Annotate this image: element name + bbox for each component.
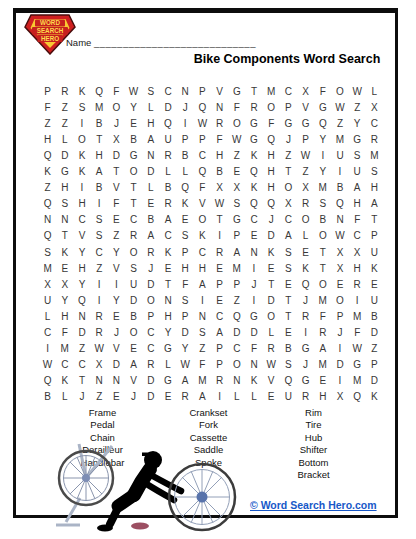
grid-cell-r19c19[interactable]: M (349, 373, 366, 389)
grid-cell-r4c20[interactable]: R (366, 131, 383, 147)
grid-cell-r12c10[interactable]: H (194, 260, 211, 276)
grid-cell-r15c19[interactable]: M (349, 308, 366, 324)
grid-cell-r14c9[interactable]: S (177, 292, 194, 308)
grid-cell-r4c1[interactable]: H (39, 131, 56, 147)
grid-cell-r20c1[interactable]: B (39, 389, 56, 405)
grid-cell-r16c4[interactable]: R (91, 325, 108, 341)
grid-cell-r6c13[interactable]: Q (245, 164, 262, 180)
grid-cell-r2c2[interactable]: Z (56, 99, 73, 115)
grid-cell-r15c17[interactable]: F (314, 308, 331, 324)
grid-cell-r14c3[interactable]: Q (73, 292, 90, 308)
grid-cell-r11c4[interactable]: C (91, 244, 108, 260)
grid-cell-r1c5[interactable]: F (108, 83, 125, 99)
grid-cell-r11c12[interactable]: A (228, 244, 245, 260)
grid-cell-r12c15[interactable]: S (280, 260, 297, 276)
grid-cell-r10c2[interactable]: T (56, 228, 73, 244)
grid-cell-r7c16[interactable]: X (297, 180, 314, 196)
grid-cell-r18c9[interactable]: W (177, 357, 194, 373)
grid-cell-r15c10[interactable]: N (194, 308, 211, 324)
grid-cell-r9c9[interactable]: E (177, 212, 194, 228)
grid-cell-r4c7[interactable]: A (142, 131, 159, 147)
grid-cell-r9c20[interactable]: T (366, 212, 383, 228)
grid-cell-r9c17[interactable]: B (314, 212, 331, 228)
grid-cell-r15c3[interactable]: N (73, 308, 90, 324)
grid-cell-r6c17[interactable]: Y (314, 164, 331, 180)
grid-cell-r8c5[interactable]: F (108, 196, 125, 212)
grid-cell-r5c4[interactable]: H (91, 147, 108, 163)
grid-cell-r7c7[interactable]: L (142, 180, 159, 196)
grid-cell-r6c5[interactable]: T (108, 164, 125, 180)
grid-cell-r11c6[interactable]: O (125, 244, 142, 260)
grid-cell-r1c2[interactable]: R (56, 83, 73, 99)
grid-cell-r13c20[interactable]: E (366, 276, 383, 292)
grid-cell-r6c8[interactable]: L (159, 164, 176, 180)
grid-cell-r8c20[interactable]: A (366, 196, 383, 212)
grid-cell-r4c13[interactable]: G (245, 131, 262, 147)
grid-cell-r4c8[interactable]: U (159, 131, 176, 147)
grid-cell-r6c14[interactable]: H (263, 164, 280, 180)
grid-cell-r17c3[interactable]: Z (73, 341, 90, 357)
grid-cell-r14c15[interactable]: T (280, 292, 297, 308)
grid-cell-r7c8[interactable]: B (159, 180, 176, 196)
grid-cell-r17c15[interactable]: B (280, 341, 297, 357)
grid-cell-r10c4[interactable]: S (91, 228, 108, 244)
grid-cell-r16c18[interactable]: J (331, 325, 348, 341)
grid-cell-r19c3[interactable]: T (73, 373, 90, 389)
grid-cell-r8c14[interactable]: Q (263, 196, 280, 212)
grid-cell-r5c13[interactable]: K (245, 147, 262, 163)
grid-cell-r12c18[interactable]: X (331, 260, 348, 276)
grid-cell-r1c13[interactable]: T (245, 83, 262, 99)
grid-cell-r9c10[interactable]: O (194, 212, 211, 228)
grid-cell-r9c8[interactable]: A (159, 212, 176, 228)
grid-cell-r14c20[interactable]: U (366, 292, 383, 308)
grid-cell-r17c19[interactable]: W (349, 341, 366, 357)
grid-cell-r11c19[interactable]: X (349, 244, 366, 260)
grid-cell-r8c6[interactable]: T (125, 196, 142, 212)
grid-cell-r17c17[interactable]: A (314, 341, 331, 357)
grid-cell-r13c19[interactable]: R (349, 276, 366, 292)
grid-cell-r10c9[interactable]: S (177, 228, 194, 244)
grid-cell-r2c13[interactable]: R (245, 99, 262, 115)
grid-cell-r3c9[interactable]: I (177, 115, 194, 131)
grid-cell-r18c18[interactable]: D (331, 357, 348, 373)
grid-cell-r8c11[interactable]: W (211, 196, 228, 212)
grid-cell-r14c17[interactable]: M (314, 292, 331, 308)
grid-cell-r1c17[interactable]: F (314, 83, 331, 99)
grid-cell-r11c17[interactable]: T (314, 244, 331, 260)
grid-cell-r20c3[interactable]: J (73, 389, 90, 405)
grid-cell-r14c12[interactable]: Z (228, 292, 245, 308)
grid-cell-r4c9[interactable]: P (177, 131, 194, 147)
grid-cell-r20c13[interactable]: L (245, 389, 262, 405)
grid-cell-r5c8[interactable]: R (159, 147, 176, 163)
grid-cell-r12c4[interactable]: Z (91, 260, 108, 276)
grid-cell-r10c6[interactable]: R (125, 228, 142, 244)
grid-cell-r10c19[interactable]: C (349, 228, 366, 244)
grid-cell-r8c2[interactable]: S (56, 196, 73, 212)
grid-cell-r12c6[interactable]: S (125, 260, 142, 276)
grid-cell-r11c16[interactable]: E (297, 244, 314, 260)
grid-cell-r16c19[interactable]: F (349, 325, 366, 341)
grid-cell-r9c5[interactable]: E (108, 212, 125, 228)
grid-cell-r4c16[interactable]: P (297, 131, 314, 147)
grid-cell-r4c18[interactable]: M (331, 131, 348, 147)
grid-cell-r3c2[interactable]: Z (56, 115, 73, 131)
grid-cell-r9c1[interactable]: N (39, 212, 56, 228)
grid-cell-r19c20[interactable]: D (366, 373, 383, 389)
grid-cell-r16c5[interactable]: J (108, 325, 125, 341)
grid-cell-r2c1[interactable]: F (39, 99, 56, 115)
grid-cell-r18c5[interactable]: D (108, 357, 125, 373)
grid-cell-r4c14[interactable]: Q (263, 131, 280, 147)
grid-cell-r15c4[interactable]: R (91, 308, 108, 324)
grid-cell-r11c13[interactable]: N (245, 244, 262, 260)
grid-cell-r12c16[interactable]: K (297, 260, 314, 276)
grid-cell-r17c2[interactable]: M (56, 341, 73, 357)
grid-cell-r14c7[interactable]: O (142, 292, 159, 308)
grid-cell-r7c10[interactable]: F (194, 180, 211, 196)
grid-cell-r19c17[interactable]: E (314, 373, 331, 389)
grid-cell-r17c12[interactable]: C (228, 341, 245, 357)
grid-cell-r12c17[interactable]: T (314, 260, 331, 276)
grid-cell-r13c13[interactable]: J (245, 276, 262, 292)
grid-cell-r17c4[interactable]: W (91, 341, 108, 357)
grid-cell-r19c9[interactable]: A (177, 373, 194, 389)
grid-cell-r13c5[interactable]: I (108, 276, 125, 292)
grid-cell-r11c14[interactable]: K (263, 244, 280, 260)
grid-cell-r14c14[interactable]: D (263, 292, 280, 308)
grid-cell-r3c5[interactable]: J (108, 115, 125, 131)
grid-cell-r10c10[interactable]: K (194, 228, 211, 244)
grid-cell-r18c11[interactable]: P (211, 357, 228, 373)
grid-cell-r17c6[interactable]: E (125, 341, 142, 357)
grid-cell-r5c7[interactable]: N (142, 147, 159, 163)
grid-cell-r12c8[interactable]: E (159, 260, 176, 276)
grid-cell-r14c10[interactable]: I (194, 292, 211, 308)
grid-cell-r11c2[interactable]: K (56, 244, 73, 260)
grid-cell-r5c14[interactable]: H (263, 147, 280, 163)
grid-cell-r6c12[interactable]: E (228, 164, 245, 180)
grid-cell-r8c16[interactable]: R (297, 196, 314, 212)
grid-cell-r18c16[interactable]: J (297, 357, 314, 373)
grid-cell-r9c2[interactable]: N (56, 212, 73, 228)
grid-cell-r20c11[interactable]: I (211, 389, 228, 405)
grid-cell-r20c14[interactable]: E (263, 389, 280, 405)
grid-cell-r2c18[interactable]: W (331, 99, 348, 115)
grid-cell-r16c3[interactable]: D (73, 325, 90, 341)
grid-cell-r1c11[interactable]: V (211, 83, 228, 99)
grid-cell-r8c12[interactable]: S (228, 196, 245, 212)
grid-cell-r9c16[interactable]: O (297, 212, 314, 228)
grid-cell-r10c15[interactable]: A (280, 228, 297, 244)
grid-cell-r12c9[interactable]: H (177, 260, 194, 276)
grid-cell-r8c3[interactable]: H (73, 196, 90, 212)
grid-cell-r10c20[interactable]: P (366, 228, 383, 244)
grid-cell-r3c17[interactable]: Q (314, 115, 331, 131)
grid-cell-r8c15[interactable]: X (280, 196, 297, 212)
grid-cell-r3c15[interactable]: G (280, 115, 297, 131)
grid-cell-r18c7[interactable]: R (142, 357, 159, 373)
grid-cell-r4c4[interactable]: T (91, 131, 108, 147)
grid-cell-r20c5[interactable]: E (108, 389, 125, 405)
grid-cell-r11c10[interactable]: C (194, 244, 211, 260)
grid-cell-r14c1[interactable]: U (39, 292, 56, 308)
grid-cell-r8c1[interactable]: Q (39, 196, 56, 212)
grid-cell-r1c16[interactable]: X (297, 83, 314, 99)
grid-cell-r16c1[interactable]: C (39, 325, 56, 341)
grid-cell-r12c14[interactable]: E (263, 260, 280, 276)
grid-cell-r15c20[interactable]: B (366, 308, 383, 324)
grid-cell-r10c8[interactable]: C (159, 228, 176, 244)
grid-cell-r7c1[interactable]: Z (39, 180, 56, 196)
grid-cell-r3c16[interactable]: G (297, 115, 314, 131)
grid-cell-r7c12[interactable]: X (228, 180, 245, 196)
grid-cell-r17c20[interactable]: Z (366, 341, 383, 357)
grid-cell-r18c8[interactable]: L (159, 357, 176, 373)
grid-cell-r5c11[interactable]: H (211, 147, 228, 163)
grid-cell-r8c8[interactable]: R (159, 196, 176, 212)
grid-cell-r10c7[interactable]: A (142, 228, 159, 244)
grid-cell-r8c19[interactable]: H (349, 196, 366, 212)
grid-cell-r9c12[interactable]: G (228, 212, 245, 228)
footer-link[interactable]: © Word Search Hero.com (250, 499, 377, 511)
grid-cell-r14c11[interactable]: E (211, 292, 228, 308)
grid-cell-r15c11[interactable]: C (211, 308, 228, 324)
grid-cell-r5c20[interactable]: M (366, 147, 383, 163)
grid-cell-r7c9[interactable]: Q (177, 180, 194, 196)
grid-cell-r3c19[interactable]: Y (349, 115, 366, 131)
grid-cell-r12c11[interactable]: E (211, 260, 228, 276)
grid-cell-r6c20[interactable]: S (366, 164, 383, 180)
grid-cell-r20c17[interactable]: H (314, 389, 331, 405)
grid-cell-r8c10[interactable]: V (194, 196, 211, 212)
grid-cell-r17c16[interactable]: G (297, 341, 314, 357)
grid-cell-r6c18[interactable]: I (331, 164, 348, 180)
grid-cell-r2c7[interactable]: L (142, 99, 159, 115)
grid-cell-r7c19[interactable]: A (349, 180, 366, 196)
grid-cell-r18c1[interactable]: W (39, 357, 56, 373)
grid-cell-r13c3[interactable]: Y (73, 276, 90, 292)
grid-cell-r1c18[interactable]: O (331, 83, 348, 99)
grid-cell-r13c4[interactable]: I (91, 276, 108, 292)
grid-cell-r15c13[interactable]: G (245, 308, 262, 324)
grid-cell-r3c13[interactable]: G (245, 115, 262, 131)
grid-cell-r11c20[interactable]: U (366, 244, 383, 260)
grid-cell-r16c15[interactable]: E (280, 325, 297, 341)
grid-cell-r13c8[interactable]: T (159, 276, 176, 292)
grid-cell-r18c4[interactable]: X (91, 357, 108, 373)
grid-cell-r10c17[interactable]: O (314, 228, 331, 244)
grid-cell-r15c9[interactable]: P (177, 308, 194, 324)
grid-cell-r17c18[interactable]: I (331, 341, 348, 357)
grid-cell-r19c11[interactable]: R (211, 373, 228, 389)
grid-cell-r4c11[interactable]: F (211, 131, 228, 147)
grid-cell-r19c5[interactable]: N (108, 373, 125, 389)
grid-cell-r4c5[interactable]: X (108, 131, 125, 147)
grid-cell-r19c18[interactable]: I (331, 373, 348, 389)
grid-cell-r16c7[interactable]: C (142, 325, 159, 341)
grid-cell-r15c15[interactable]: T (280, 308, 297, 324)
grid-cell-r11c5[interactable]: Y (108, 244, 125, 260)
grid-cell-r3c14[interactable]: F (263, 115, 280, 131)
grid-cell-r18c10[interactable]: F (194, 357, 211, 373)
grid-cell-r20c18[interactable]: X (331, 389, 348, 405)
grid-cell-r20c12[interactable]: L (228, 389, 245, 405)
grid-cell-r7c13[interactable]: K (245, 180, 262, 196)
grid-cell-r1c3[interactable]: K (73, 83, 90, 99)
grid-cell-r2c17[interactable]: G (314, 99, 331, 115)
grid-cell-r5c5[interactable]: D (108, 147, 125, 163)
grid-cell-r6c6[interactable]: O (125, 164, 142, 180)
grid-cell-r12c2[interactable]: E (56, 260, 73, 276)
grid-cell-r10c3[interactable]: V (73, 228, 90, 244)
grid-cell-r20c7[interactable]: D (142, 389, 159, 405)
grid-cell-r3c10[interactable]: W (194, 115, 211, 131)
grid-cell-r19c8[interactable]: G (159, 373, 176, 389)
grid-cell-r16c14[interactable]: L (263, 325, 280, 341)
grid-cell-r2c6[interactable]: Y (125, 99, 142, 115)
grid-cell-r19c12[interactable]: N (228, 373, 245, 389)
grid-cell-r16c13[interactable]: D (245, 325, 262, 341)
grid-cell-r3c12[interactable]: O (228, 115, 245, 131)
grid-cell-r1c14[interactable]: M (263, 83, 280, 99)
grid-cell-r7c3[interactable]: I (73, 180, 90, 196)
grid-cell-r5c3[interactable]: K (73, 147, 90, 163)
grid-cell-r1c12[interactable]: G (228, 83, 245, 99)
grid-cell-r6c10[interactable]: Q (194, 164, 211, 180)
grid-cell-r7c4[interactable]: B (91, 180, 108, 196)
grid-cell-r16c20[interactable]: D (366, 325, 383, 341)
grid-cell-r13c6[interactable]: U (125, 276, 142, 292)
grid-cell-r4c15[interactable]: J (280, 131, 297, 147)
grid-cell-r16c12[interactable]: D (228, 325, 245, 341)
grid-cell-r13c18[interactable]: E (331, 276, 348, 292)
grid-cell-r18c20[interactable]: P (366, 357, 383, 373)
grid-cell-r9c6[interactable]: C (125, 212, 142, 228)
grid-cell-r2c5[interactable]: O (108, 99, 125, 115)
grid-cell-r20c8[interactable]: E (159, 389, 176, 405)
grid-cell-r18c2[interactable]: C (56, 357, 73, 373)
grid-cell-r7c11[interactable]: X (211, 180, 228, 196)
grid-cell-r17c13[interactable]: F (245, 341, 262, 357)
grid-cell-r16c6[interactable]: O (125, 325, 142, 341)
grid-cell-r5c1[interactable]: Q (39, 147, 56, 163)
grid-cell-r18c15[interactable]: S (280, 357, 297, 373)
grid-cell-r1c20[interactable]: L (366, 83, 383, 99)
grid-cell-r6c16[interactable]: Z (297, 164, 314, 180)
grid-cell-r7c14[interactable]: H (263, 180, 280, 196)
grid-cell-r18c6[interactable]: A (125, 357, 142, 373)
grid-cell-r18c19[interactable]: G (349, 357, 366, 373)
grid-cell-r13c10[interactable]: A (194, 276, 211, 292)
grid-cell-r19c1[interactable]: Q (39, 373, 56, 389)
grid-cell-r7c5[interactable]: V (108, 180, 125, 196)
grid-cell-r17c14[interactable]: R (263, 341, 280, 357)
grid-cell-r11c15[interactable]: S (280, 244, 297, 260)
grid-cell-r11c1[interactable]: S (39, 244, 56, 260)
grid-cell-r16c2[interactable]: F (56, 325, 73, 341)
grid-cell-r16c11[interactable]: A (211, 325, 228, 341)
grid-cell-r19c2[interactable]: K (56, 373, 73, 389)
grid-cell-r5c17[interactable]: I (314, 147, 331, 163)
grid-cell-r4c12[interactable]: W (228, 131, 245, 147)
grid-cell-r14c18[interactable]: O (331, 292, 348, 308)
grid-cell-r6c11[interactable]: B (211, 164, 228, 180)
grid-cell-r2c10[interactable]: Q (194, 99, 211, 115)
grid-cell-r8c13[interactable]: Q (245, 196, 262, 212)
grid-cell-r6c1[interactable]: K (39, 164, 56, 180)
grid-cell-r2c4[interactable]: M (91, 99, 108, 115)
grid-cell-r11c9[interactable]: P (177, 244, 194, 260)
grid-cell-r7c18[interactable]: B (331, 180, 348, 196)
grid-cell-r5c9[interactable]: B (177, 147, 194, 163)
grid-cell-r4c2[interactable]: L (56, 131, 73, 147)
grid-cell-r20c16[interactable]: R (297, 389, 314, 405)
grid-cell-r4c3[interactable]: O (73, 131, 90, 147)
grid-cell-r9c15[interactable]: C (280, 212, 297, 228)
grid-cell-r12c5[interactable]: V (108, 260, 125, 276)
grid-cell-r7c17[interactable]: M (314, 180, 331, 196)
grid-cell-r20c15[interactable]: U (280, 389, 297, 405)
grid-cell-r10c1[interactable]: Q (39, 228, 56, 244)
grid-cell-r17c1[interactable]: I (39, 341, 56, 357)
grid-cell-r17c8[interactable]: G (159, 341, 176, 357)
grid-cell-r8c17[interactable]: S (314, 196, 331, 212)
grid-cell-r20c20[interactable]: K (366, 389, 383, 405)
word-grid[interactable]: PRKQFWSCNPVGTMCXFOWLFZSMOYLDJQNFROPVGWZX… (39, 83, 383, 405)
grid-cell-r14c16[interactable]: J (297, 292, 314, 308)
grid-cell-r13c7[interactable]: D (142, 276, 159, 292)
grid-cell-r7c6[interactable]: T (125, 180, 142, 196)
grid-cell-r1c10[interactable]: P (194, 83, 211, 99)
grid-cell-r19c15[interactable]: Q (280, 373, 297, 389)
grid-cell-r19c10[interactable]: M (194, 373, 211, 389)
grid-cell-r15c7[interactable]: P (142, 308, 159, 324)
grid-cell-r15c2[interactable]: H (56, 308, 73, 324)
grid-cell-r5c10[interactable]: C (194, 147, 211, 163)
name-field[interactable]: ____________________________ (94, 37, 256, 48)
grid-cell-r9c18[interactable]: N (331, 212, 348, 228)
grid-cell-r2c15[interactable]: P (280, 99, 297, 115)
grid-cell-r6c2[interactable]: G (56, 164, 73, 180)
grid-cell-r19c4[interactable]: N (91, 373, 108, 389)
grid-cell-r20c10[interactable]: A (194, 389, 211, 405)
grid-cell-r17c11[interactable]: P (211, 341, 228, 357)
grid-cell-r6c7[interactable]: D (142, 164, 159, 180)
grid-cell-r15c6[interactable]: B (125, 308, 142, 324)
grid-cell-r2c11[interactable]: N (211, 99, 228, 115)
grid-cell-r1c6[interactable]: W (125, 83, 142, 99)
grid-cell-r6c9[interactable]: L (177, 164, 194, 180)
grid-cell-r14c13[interactable]: I (245, 292, 262, 308)
grid-cell-r2c19[interactable]: Z (349, 99, 366, 115)
grid-cell-r16c17[interactable]: R (314, 325, 331, 341)
grid-cell-r11c3[interactable]: Y (73, 244, 90, 260)
grid-cell-r3c7[interactable]: H (142, 115, 159, 131)
grid-cell-r12c20[interactable]: K (366, 260, 383, 276)
grid-cell-r13c2[interactable]: X (56, 276, 73, 292)
grid-cell-r3c18[interactable]: Z (331, 115, 348, 131)
grid-cell-r3c4[interactable]: B (91, 115, 108, 131)
grid-cell-r7c20[interactable]: H (366, 180, 383, 196)
grid-cell-r9c3[interactable]: C (73, 212, 90, 228)
grid-cell-r19c13[interactable]: K (245, 373, 262, 389)
grid-cell-r10c13[interactable]: E (245, 228, 262, 244)
grid-cell-r14c5[interactable]: Y (108, 292, 125, 308)
grid-cell-r15c8[interactable]: H (159, 308, 176, 324)
grid-cell-r5c12[interactable]: Z (228, 147, 245, 163)
